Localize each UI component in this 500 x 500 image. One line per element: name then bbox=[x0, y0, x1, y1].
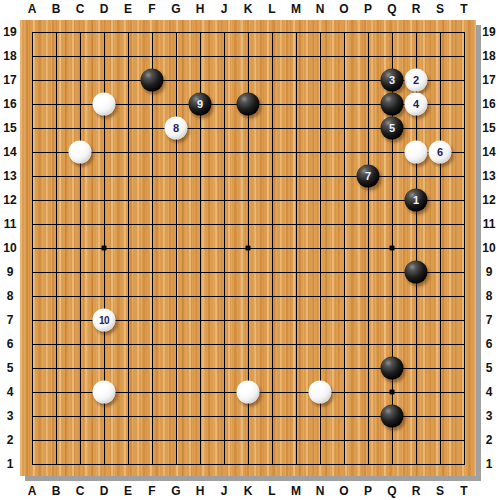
stone-white-r16: 4 bbox=[405, 93, 428, 116]
stone-black-k16 bbox=[237, 93, 260, 116]
star-point-k10 bbox=[246, 246, 251, 251]
coord-label: Q bbox=[387, 2, 396, 16]
coord-label: H bbox=[196, 484, 205, 498]
coord-label: S bbox=[436, 484, 444, 498]
coord-label: K bbox=[244, 2, 253, 16]
stone-black-q3 bbox=[381, 405, 404, 428]
coord-label: 5 bbox=[486, 361, 493, 375]
coord-label: O bbox=[339, 484, 348, 498]
stone-white-r14 bbox=[405, 141, 428, 164]
coord-label: 19 bbox=[3, 25, 16, 39]
coord-label: 13 bbox=[482, 169, 495, 183]
coord-label: 18 bbox=[482, 49, 495, 63]
move-number: 1 bbox=[405, 189, 428, 212]
coord-label: 7 bbox=[486, 313, 493, 327]
coord-label: B bbox=[52, 484, 61, 498]
coord-label: A bbox=[28, 2, 37, 16]
coord-label: S bbox=[436, 2, 444, 16]
coord-label: E bbox=[124, 2, 132, 16]
coord-label: T bbox=[460, 484, 467, 498]
coord-label: C bbox=[76, 2, 85, 16]
stone-white-k4 bbox=[237, 381, 260, 404]
star-point-d10 bbox=[102, 246, 107, 251]
coord-label: F bbox=[148, 2, 155, 16]
stone-white-n4 bbox=[309, 381, 332, 404]
coord-label: G bbox=[171, 2, 180, 16]
move-number: 10 bbox=[93, 309, 116, 332]
stone-white-d4 bbox=[93, 381, 116, 404]
coord-label: 5 bbox=[7, 361, 14, 375]
stone-white-d16 bbox=[93, 93, 116, 116]
coord-label: 17 bbox=[3, 73, 16, 87]
coord-label: 11 bbox=[4, 217, 17, 231]
coord-label: H bbox=[196, 2, 205, 16]
coord-label: 10 bbox=[482, 241, 495, 255]
coord-label: 9 bbox=[486, 265, 493, 279]
coord-label: 3 bbox=[486, 409, 493, 423]
coord-label: 9 bbox=[7, 265, 14, 279]
coord-label: 1 bbox=[7, 457, 14, 471]
stone-white-d7: 10 bbox=[93, 309, 116, 332]
coord-label: 8 bbox=[486, 289, 493, 303]
move-number: 2 bbox=[405, 69, 428, 92]
coord-label: G bbox=[171, 484, 180, 498]
coord-label: 17 bbox=[482, 73, 495, 87]
coord-label: 2 bbox=[486, 433, 493, 447]
coord-label: F bbox=[148, 484, 155, 498]
coord-label: 1 bbox=[486, 457, 493, 471]
coord-label: A bbox=[28, 484, 37, 498]
coord-label: 4 bbox=[7, 385, 14, 399]
coord-label: 15 bbox=[482, 121, 495, 135]
coord-label: 16 bbox=[3, 97, 16, 111]
coord-label: E bbox=[124, 484, 132, 498]
coord-label: N bbox=[316, 484, 325, 498]
stone-black-p13: 7 bbox=[357, 165, 380, 188]
go-board[interactable]: 12345678910 bbox=[20, 20, 476, 476]
coord-label: 6 bbox=[7, 337, 14, 351]
coord-label: 12 bbox=[3, 193, 16, 207]
coord-label: L bbox=[268, 2, 275, 16]
coord-label: D bbox=[100, 484, 109, 498]
stone-white-s14: 6 bbox=[429, 141, 452, 164]
coord-label: M bbox=[291, 2, 301, 16]
coord-label: 3 bbox=[7, 409, 14, 423]
coord-label: R bbox=[412, 484, 421, 498]
coord-label: 14 bbox=[3, 145, 16, 159]
coord-label: R bbox=[412, 2, 421, 16]
stone-white-c14 bbox=[69, 141, 92, 164]
coord-label: P bbox=[364, 484, 372, 498]
coord-label: 4 bbox=[486, 385, 493, 399]
stone-black-q15: 5 bbox=[381, 117, 404, 140]
coord-label: C bbox=[76, 484, 85, 498]
star-point-q10 bbox=[390, 246, 395, 251]
star-point-q4 bbox=[390, 390, 395, 395]
move-number: 7 bbox=[357, 165, 380, 188]
stone-black-q5 bbox=[381, 357, 404, 380]
coord-label: 6 bbox=[486, 337, 493, 351]
stone-black-q16 bbox=[381, 93, 404, 116]
coord-label: J bbox=[221, 484, 228, 498]
move-number: 6 bbox=[429, 141, 452, 164]
move-number: 5 bbox=[381, 117, 404, 140]
coord-label: T bbox=[460, 2, 467, 16]
coord-label: 8 bbox=[7, 289, 14, 303]
coord-label: 10 bbox=[3, 241, 16, 255]
coord-label: O bbox=[339, 2, 348, 16]
stone-black-r12: 1 bbox=[405, 189, 428, 212]
coord-label: 13 bbox=[3, 169, 16, 183]
coord-label: D bbox=[100, 2, 109, 16]
stone-white-r17: 2 bbox=[405, 69, 428, 92]
coord-label: 15 bbox=[3, 121, 16, 135]
move-number: 9 bbox=[189, 93, 212, 116]
stone-white-g15: 8 bbox=[165, 117, 188, 140]
stone-black-h16: 9 bbox=[189, 93, 212, 116]
stone-black-r9 bbox=[405, 261, 428, 284]
coord-label: 2 bbox=[7, 433, 14, 447]
move-number: 4 bbox=[405, 93, 428, 116]
coord-label: J bbox=[221, 2, 228, 16]
coord-label: K bbox=[244, 484, 253, 498]
coord-label: M bbox=[291, 484, 301, 498]
stone-black-q17: 3 bbox=[381, 69, 404, 92]
coord-label: 18 bbox=[3, 49, 16, 63]
coord-label: P bbox=[364, 2, 372, 16]
go-diagram: ABCDEFGHJKLMNOPQRST ABCDEFGHJKLMNOPQRST … bbox=[0, 0, 500, 500]
coord-label: L bbox=[268, 484, 275, 498]
coord-label: B bbox=[52, 2, 61, 16]
coord-label: 16 bbox=[482, 97, 495, 111]
move-number: 3 bbox=[381, 69, 404, 92]
coord-label: 11 bbox=[483, 217, 496, 231]
coord-label: Q bbox=[387, 484, 396, 498]
coord-label: N bbox=[316, 2, 325, 16]
move-number: 8 bbox=[165, 117, 188, 140]
coord-label: 19 bbox=[482, 25, 495, 39]
coord-label: 7 bbox=[7, 313, 14, 327]
stone-black-f17 bbox=[141, 69, 164, 92]
coord-label: 12 bbox=[482, 193, 495, 207]
coord-label: 14 bbox=[482, 145, 495, 159]
